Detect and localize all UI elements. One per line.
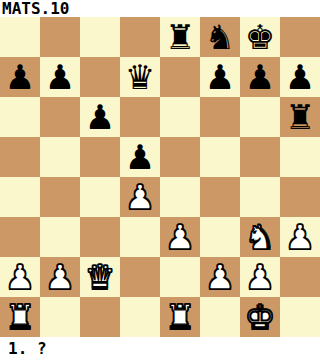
square-h5[interactable] xyxy=(280,137,320,177)
square-c4[interactable] xyxy=(80,177,120,217)
square-b3[interactable] xyxy=(40,217,80,257)
square-g4[interactable] xyxy=(240,177,280,217)
square-a8[interactable] xyxy=(0,17,40,57)
puzzle-header: MATS.10 xyxy=(0,0,320,17)
square-c5[interactable] xyxy=(80,137,120,177)
square-f6[interactable] xyxy=(200,97,240,137)
piece-black-pawn[interactable]: ♟ xyxy=(285,57,315,97)
square-c8[interactable] xyxy=(80,17,120,57)
square-d7[interactable]: ♛ xyxy=(120,57,160,97)
square-e4[interactable] xyxy=(160,177,200,217)
piece-white-rook[interactable]: ♜ xyxy=(165,297,195,337)
square-a1[interactable]: ♜ xyxy=(0,297,40,337)
square-g7[interactable]: ♟ xyxy=(240,57,280,97)
square-h8[interactable] xyxy=(280,17,320,57)
square-d6[interactable] xyxy=(120,97,160,137)
square-c1[interactable] xyxy=(80,297,120,337)
square-h4[interactable] xyxy=(280,177,320,217)
chess-board[interactable]: ♜♞♚♟♟♛♟♟♟♟♜♟♟♟♞♟♟♟♛♟♟♜♜♚ xyxy=(0,17,320,337)
square-e5[interactable] xyxy=(160,137,200,177)
move-prompt: 1. ? xyxy=(8,339,47,358)
piece-white-king[interactable]: ♚ xyxy=(245,297,275,337)
piece-black-king[interactable]: ♚ xyxy=(245,17,275,57)
square-c6[interactable]: ♟ xyxy=(80,97,120,137)
square-f8[interactable]: ♞ xyxy=(200,17,240,57)
piece-black-pawn[interactable]: ♟ xyxy=(45,57,75,97)
piece-white-pawn[interactable]: ♟ xyxy=(205,257,235,297)
square-a3[interactable] xyxy=(0,217,40,257)
square-f5[interactable] xyxy=(200,137,240,177)
piece-white-queen[interactable]: ♛ xyxy=(85,257,115,297)
square-a6[interactable] xyxy=(0,97,40,137)
square-g3[interactable]: ♞ xyxy=(240,217,280,257)
square-d1[interactable] xyxy=(120,297,160,337)
square-b6[interactable] xyxy=(40,97,80,137)
square-c3[interactable] xyxy=(80,217,120,257)
square-b1[interactable] xyxy=(40,297,80,337)
square-d3[interactable] xyxy=(120,217,160,257)
square-g1[interactable]: ♚ xyxy=(240,297,280,337)
square-a5[interactable] xyxy=(0,137,40,177)
piece-black-pawn[interactable]: ♟ xyxy=(205,57,235,97)
square-h3[interactable]: ♟ xyxy=(280,217,320,257)
piece-white-knight[interactable]: ♞ xyxy=(245,217,275,257)
square-b4[interactable] xyxy=(40,177,80,217)
square-g5[interactable] xyxy=(240,137,280,177)
piece-black-knight[interactable]: ♞ xyxy=(205,17,235,57)
square-a2[interactable]: ♟ xyxy=(0,257,40,297)
square-d8[interactable] xyxy=(120,17,160,57)
piece-black-rook[interactable]: ♜ xyxy=(285,97,315,137)
piece-black-pawn[interactable]: ♟ xyxy=(85,97,115,137)
square-d2[interactable] xyxy=(120,257,160,297)
piece-white-pawn[interactable]: ♟ xyxy=(125,177,155,217)
piece-white-pawn[interactable]: ♟ xyxy=(165,217,195,257)
move-prompt-bar: 1. ? xyxy=(0,337,320,360)
piece-white-pawn[interactable]: ♟ xyxy=(245,257,275,297)
square-h6[interactable]: ♜ xyxy=(280,97,320,137)
square-g8[interactable]: ♚ xyxy=(240,17,280,57)
square-g6[interactable] xyxy=(240,97,280,137)
square-f1[interactable] xyxy=(200,297,240,337)
square-d4[interactable]: ♟ xyxy=(120,177,160,217)
square-f3[interactable] xyxy=(200,217,240,257)
square-h1[interactable] xyxy=(280,297,320,337)
square-b5[interactable] xyxy=(40,137,80,177)
square-h7[interactable]: ♟ xyxy=(280,57,320,97)
piece-white-pawn[interactable]: ♟ xyxy=(285,217,315,257)
square-e6[interactable] xyxy=(160,97,200,137)
piece-black-pawn[interactable]: ♟ xyxy=(125,137,155,177)
square-f4[interactable] xyxy=(200,177,240,217)
square-b7[interactable]: ♟ xyxy=(40,57,80,97)
square-f7[interactable]: ♟ xyxy=(200,57,240,97)
puzzle-title: MATS.10 xyxy=(2,0,69,17)
square-b8[interactable] xyxy=(40,17,80,57)
piece-white-rook[interactable]: ♜ xyxy=(5,297,35,337)
square-d5[interactable]: ♟ xyxy=(120,137,160,177)
square-a4[interactable] xyxy=(0,177,40,217)
piece-black-pawn[interactable]: ♟ xyxy=(245,57,275,97)
square-f2[interactable]: ♟ xyxy=(200,257,240,297)
square-c7[interactable] xyxy=(80,57,120,97)
square-a7[interactable]: ♟ xyxy=(0,57,40,97)
piece-white-pawn[interactable]: ♟ xyxy=(45,257,75,297)
square-e1[interactable]: ♜ xyxy=(160,297,200,337)
piece-black-rook[interactable]: ♜ xyxy=(165,17,195,57)
piece-black-pawn[interactable]: ♟ xyxy=(5,57,35,97)
square-c2[interactable]: ♛ xyxy=(80,257,120,297)
chess-app-window: MATS.10 ♜♞♚♟♟♛♟♟♟♟♜♟♟♟♞♟♟♟♛♟♟♜♜♚ 1. ? xyxy=(0,0,320,360)
square-e2[interactable] xyxy=(160,257,200,297)
square-b2[interactable]: ♟ xyxy=(40,257,80,297)
square-e3[interactable]: ♟ xyxy=(160,217,200,257)
square-g2[interactable]: ♟ xyxy=(240,257,280,297)
piece-white-pawn[interactable]: ♟ xyxy=(5,257,35,297)
square-e7[interactable] xyxy=(160,57,200,97)
square-h2[interactable] xyxy=(280,257,320,297)
square-e8[interactable]: ♜ xyxy=(160,17,200,57)
piece-black-queen[interactable]: ♛ xyxy=(125,57,155,97)
